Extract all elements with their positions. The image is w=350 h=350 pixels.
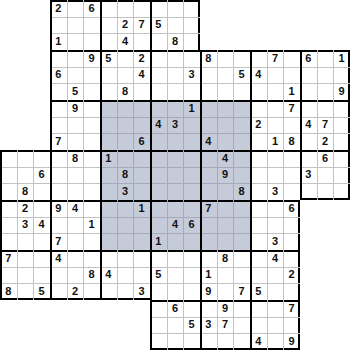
empty-cell-r7-c16[interactable] <box>267 117 284 134</box>
empty-cell-r3-c4[interactable] <box>67 50 84 67</box>
empty-cell-r20-c10[interactable] <box>167 333 184 350</box>
outside-area <box>317 250 334 267</box>
empty-cell-r1-c11[interactable] <box>183 17 200 34</box>
empty-cell-r10-c5[interactable] <box>83 167 100 184</box>
outside-area <box>100 333 117 350</box>
empty-cell-r3-c9[interactable] <box>150 50 167 67</box>
empty-cell-r18-c16[interactable] <box>267 300 284 317</box>
empty-cell-r13-c15[interactable] <box>250 217 267 234</box>
empty-cell-r13-c12[interactable] <box>200 217 217 234</box>
empty-cell-r4-c19[interactable] <box>317 67 334 84</box>
empty-cell-r13-c3[interactable] <box>50 217 67 234</box>
empty-cell-r1-c4[interactable] <box>67 17 84 34</box>
given-digit-cell-r3-c20: 1 <box>333 50 350 67</box>
empty-cell-r17-c9[interactable] <box>150 283 167 300</box>
empty-cell-r6-c10[interactable] <box>167 100 184 117</box>
empty-cell-r12-c6[interactable] <box>100 200 117 217</box>
empty-cell-r1-c3[interactable] <box>50 17 67 34</box>
empty-cell-r14-c2[interactable] <box>33 233 50 250</box>
empty-cell-r12-c2[interactable] <box>33 200 50 217</box>
given-digit-cell-r15-c16: 4 <box>267 250 284 267</box>
empty-cell-r10-c1[interactable] <box>17 167 34 184</box>
empty-cell-r4-c9[interactable] <box>150 67 167 84</box>
empty-cell-r16-c3[interactable] <box>50 267 67 284</box>
empty-cell-r9-c2[interactable] <box>33 150 50 167</box>
empty-cell-r5-c15[interactable] <box>250 83 267 100</box>
empty-cell-r17-c10[interactable] <box>167 283 184 300</box>
given-digit-cell-r13-c10: 4 <box>167 217 184 234</box>
given-digit-cell-r7-c15: 2 <box>250 117 267 134</box>
empty-cell-r16-c2[interactable] <box>33 267 50 284</box>
outside-area <box>333 217 350 234</box>
empty-cell-r7-c17[interactable] <box>283 117 300 134</box>
empty-cell-r7-c4[interactable] <box>67 117 84 134</box>
empty-cell-r15-c2[interactable] <box>33 250 50 267</box>
empty-cell-r7-c11[interactable] <box>183 117 200 134</box>
empty-cell-r3-c17[interactable] <box>283 50 300 67</box>
empty-cell-r15-c7[interactable] <box>117 250 134 267</box>
empty-cell-r8-c5[interactable] <box>83 133 100 150</box>
empty-cell-r15-c1[interactable] <box>17 250 34 267</box>
empty-cell-r0-c10[interactable] <box>167 0 184 17</box>
empty-cell-r16-c0[interactable] <box>0 267 17 284</box>
empty-cell-r10-c15[interactable] <box>250 167 267 184</box>
empty-cell-r0-c11[interactable] <box>183 0 200 17</box>
empty-cell-r5-c3[interactable] <box>50 83 67 100</box>
empty-cell-r20-c12[interactable] <box>200 333 217 350</box>
given-digit-cell-r4-c3: 6 <box>50 67 67 84</box>
empty-cell-r1-c6[interactable] <box>100 17 117 34</box>
empty-cell-r15-c4[interactable] <box>67 250 84 267</box>
empty-cell-r5-c16[interactable] <box>267 83 284 100</box>
empty-cell-r12-c9[interactable] <box>150 200 167 217</box>
empty-cell-r9-c16[interactable] <box>267 150 284 167</box>
empty-cell-r16-c1[interactable] <box>17 267 34 284</box>
empty-cell-r10-c20[interactable] <box>333 167 350 184</box>
empty-cell-r2-c8[interactable] <box>133 33 150 50</box>
outside-area <box>333 333 350 350</box>
empty-cell-r13-c4[interactable] <box>67 217 84 234</box>
outside-area <box>17 117 34 134</box>
empty-cell-r8-c18[interactable] <box>300 133 317 150</box>
outside-area <box>100 317 117 334</box>
outside-area <box>200 17 217 34</box>
given-digit-cell-r18-c17: 7 <box>283 300 300 317</box>
empty-cell-r16-c7[interactable] <box>117 267 134 284</box>
outside-area <box>317 317 334 334</box>
outside-area <box>233 17 250 34</box>
empty-cell-r10-c11[interactable] <box>183 167 200 184</box>
empty-cell-r19-c17[interactable] <box>283 317 300 334</box>
empty-cell-r7-c20[interactable] <box>333 117 350 134</box>
given-digit-cell-r3-c8: 2 <box>133 50 150 67</box>
outside-area <box>317 200 334 217</box>
empty-cell-r11-c9[interactable] <box>150 183 167 200</box>
given-digit-cell-r20-c15: 4 <box>250 333 267 350</box>
empty-cell-r3-c13[interactable] <box>217 50 234 67</box>
empty-cell-r6-c9[interactable] <box>150 100 167 117</box>
empty-cell-r9-c17[interactable] <box>283 150 300 167</box>
empty-cell-r9-c8[interactable] <box>133 150 150 167</box>
given-digit-cell-r12-c3: 9 <box>50 200 67 217</box>
empty-cell-r7-c5[interactable] <box>83 117 100 134</box>
empty-cell-r2-c9[interactable] <box>150 33 167 50</box>
empty-cell-r14-c1[interactable] <box>17 233 34 250</box>
empty-cell-r10-c19[interactable] <box>317 167 334 184</box>
empty-cell-r10-c3[interactable] <box>50 167 67 184</box>
empty-cell-r14-c6[interactable] <box>100 233 117 250</box>
outside-area <box>233 33 250 50</box>
empty-cell-r16-c8[interactable] <box>133 267 150 284</box>
empty-cell-r16-c13[interactable] <box>217 267 234 284</box>
empty-cell-r12-c11[interactable] <box>183 200 200 217</box>
empty-cell-r10-c4[interactable] <box>67 167 84 184</box>
empty-cell-r14-c0[interactable] <box>0 233 17 250</box>
empty-cell-r6-c19[interactable] <box>317 100 334 117</box>
empty-cell-r15-c17[interactable] <box>283 250 300 267</box>
empty-cell-r11-c2[interactable] <box>33 183 50 200</box>
empty-cell-r6-c13[interactable] <box>217 100 234 117</box>
empty-cell-r9-c18[interactable] <box>300 150 317 167</box>
empty-cell-r2-c6[interactable] <box>100 33 117 50</box>
empty-cell-r11-c13[interactable] <box>217 183 234 200</box>
empty-cell-r10-c10[interactable] <box>167 167 184 184</box>
empty-cell-r14-c13[interactable] <box>217 233 234 250</box>
empty-cell-r14-c4[interactable] <box>67 233 84 250</box>
empty-cell-r11-c19[interactable] <box>317 183 334 200</box>
empty-cell-r7-c8[interactable] <box>133 117 150 134</box>
empty-cell-r2-c5[interactable] <box>83 33 100 50</box>
empty-cell-r4-c7[interactable] <box>117 67 134 84</box>
empty-cell-r11-c3[interactable] <box>50 183 67 200</box>
empty-cell-r2-c11[interactable] <box>183 33 200 50</box>
given-digit-cell-r10-c2: 6 <box>33 167 50 184</box>
given-digit-cell-r14-c3: 7 <box>50 233 67 250</box>
given-digit-cell-r12-c1: 2 <box>17 200 34 217</box>
given-digit-cell-r15-c3: 4 <box>50 250 67 267</box>
empty-cell-r0-c9[interactable] <box>150 0 167 17</box>
outside-area <box>0 300 17 317</box>
empty-cell-r6-c7[interactable] <box>117 100 134 117</box>
empty-cell-r16-c16[interactable] <box>267 267 284 284</box>
empty-cell-r8-c13[interactable] <box>217 133 234 150</box>
empty-cell-r16-c14[interactable] <box>233 267 250 284</box>
empty-cell-r5-c10[interactable] <box>167 83 184 100</box>
empty-cell-r5-c9[interactable] <box>150 83 167 100</box>
empty-cell-r15-c6[interactable] <box>100 250 117 267</box>
empty-cell-r16-c11[interactable] <box>183 267 200 284</box>
empty-cell-r20-c11[interactable] <box>183 333 200 350</box>
outside-area <box>267 0 284 17</box>
empty-cell-r6-c16[interactable] <box>267 100 284 117</box>
empty-cell-r20-c13[interactable] <box>217 333 234 350</box>
empty-cell-r11-c8[interactable] <box>133 183 150 200</box>
empty-cell-r8-c10[interactable] <box>167 133 184 150</box>
empty-cell-r11-c17[interactable] <box>283 183 300 200</box>
empty-cell-r13-c16[interactable] <box>267 217 284 234</box>
empty-cell-r8-c9[interactable] <box>150 133 167 150</box>
empty-cell-r6-c20[interactable] <box>333 100 350 117</box>
empty-cell-r9-c3[interactable] <box>50 150 67 167</box>
empty-cell-r3-c19[interactable] <box>317 50 334 67</box>
empty-cell-r19-c10[interactable] <box>167 317 184 334</box>
outside-area <box>300 33 317 50</box>
empty-cell-r14-c14[interactable] <box>233 233 250 250</box>
empty-cell-r20-c9[interactable] <box>150 333 167 350</box>
empty-cell-r8-c20[interactable] <box>333 133 350 150</box>
empty-cell-r9-c14[interactable] <box>233 150 250 167</box>
empty-cell-r9-c15[interactable] <box>250 150 267 167</box>
empty-cell-r4-c20[interactable] <box>333 67 350 84</box>
outside-area <box>317 0 334 17</box>
empty-cell-r10-c17[interactable] <box>283 167 300 184</box>
empty-cell-r18-c14[interactable] <box>233 300 250 317</box>
empty-cell-r11-c4[interactable] <box>67 183 84 200</box>
empty-cell-r12-c15[interactable] <box>250 200 267 217</box>
empty-cell-r17-c5[interactable] <box>83 283 100 300</box>
outside-area <box>33 33 50 50</box>
empty-cell-r12-c5[interactable] <box>83 200 100 217</box>
empty-cell-r14-c15[interactable] <box>250 233 267 250</box>
outside-area <box>33 117 50 134</box>
outside-area <box>33 333 50 350</box>
empty-cell-r18-c11[interactable] <box>183 300 200 317</box>
given-digit-cell-r4-c15: 4 <box>250 67 267 84</box>
empty-cell-r17-c11[interactable] <box>183 283 200 300</box>
empty-cell-r11-c5[interactable] <box>83 183 100 200</box>
empty-cell-r11-c20[interactable] <box>333 183 350 200</box>
empty-cell-r13-c0[interactable] <box>0 217 17 234</box>
empty-cell-r16-c10[interactable] <box>167 267 184 284</box>
empty-cell-r18-c9[interactable] <box>150 300 167 317</box>
given-digit-cell-r13-c11: 6 <box>183 217 200 234</box>
empty-cell-r14-c17[interactable] <box>283 233 300 250</box>
empty-cell-r13-c6[interactable] <box>100 217 117 234</box>
empty-cell-r11-c15[interactable] <box>250 183 267 200</box>
empty-cell-r4-c13[interactable] <box>217 67 234 84</box>
empty-cell-r1-c10[interactable] <box>167 17 184 34</box>
empty-cell-r9-c7[interactable] <box>117 150 134 167</box>
empty-cell-r9-c5[interactable] <box>83 150 100 167</box>
empty-cell-r7-c3[interactable] <box>50 117 67 134</box>
empty-cell-r17-c13[interactable] <box>217 283 234 300</box>
empty-cell-r10-c16[interactable] <box>267 167 284 184</box>
empty-cell-r10-c9[interactable] <box>150 167 167 184</box>
empty-cell-r13-c8[interactable] <box>133 217 150 234</box>
empty-cell-r10-c12[interactable] <box>200 167 217 184</box>
empty-cell-r9-c0[interactable] <box>0 150 17 167</box>
empty-cell-r19-c15[interactable] <box>250 317 267 334</box>
outside-area <box>250 17 267 34</box>
empty-cell-r20-c14[interactable] <box>233 333 250 350</box>
empty-cell-r6-c14[interactable] <box>233 100 250 117</box>
given-digit-cell-r17-c2: 5 <box>33 283 50 300</box>
empty-cell-r17-c1[interactable] <box>17 283 34 300</box>
empty-cell-r6-c5[interactable] <box>83 100 100 117</box>
empty-cell-r5-c11[interactable] <box>183 83 200 100</box>
empty-cell-r10-c6[interactable] <box>100 167 117 184</box>
empty-cell-r12-c10[interactable] <box>167 200 184 217</box>
empty-cell-r11-c11[interactable] <box>183 183 200 200</box>
empty-cell-r3-c7[interactable] <box>117 50 134 67</box>
empty-cell-r13-c17[interactable] <box>283 217 300 234</box>
empty-cell-r13-c7[interactable] <box>117 217 134 234</box>
empty-cell-r9-c9[interactable] <box>150 150 167 167</box>
empty-cell-r12-c7[interactable] <box>117 200 134 217</box>
outside-area <box>33 300 50 317</box>
empty-cell-r5-c14[interactable] <box>233 83 250 100</box>
empty-cell-r15-c9[interactable] <box>150 250 167 267</box>
empty-cell-r11-c18[interactable] <box>300 183 317 200</box>
empty-cell-r12-c14[interactable] <box>233 200 250 217</box>
empty-cell-r17-c16[interactable] <box>267 283 284 300</box>
empty-cell-r12-c0[interactable] <box>0 200 17 217</box>
empty-cell-r8-c11[interactable] <box>183 133 200 150</box>
empty-cell-r9-c1[interactable] <box>17 150 34 167</box>
empty-cell-r13-c9[interactable] <box>150 217 167 234</box>
empty-cell-r10-c14[interactable] <box>233 167 250 184</box>
empty-cell-r17-c6[interactable] <box>100 283 117 300</box>
empty-cell-r3-c14[interactable] <box>233 50 250 67</box>
given-digit-cell-r8-c8: 6 <box>133 133 150 150</box>
empty-cell-r6-c8[interactable] <box>133 100 150 117</box>
empty-cell-r4-c12[interactable] <box>200 67 217 84</box>
empty-cell-r4-c4[interactable] <box>67 67 84 84</box>
empty-cell-r5-c8[interactable] <box>133 83 150 100</box>
empty-cell-r1-c5[interactable] <box>83 17 100 34</box>
given-digit-cell-r16-c17: 2 <box>283 267 300 284</box>
empty-cell-r8-c7[interactable] <box>117 133 134 150</box>
empty-cell-r8-c15[interactable] <box>250 133 267 150</box>
empty-cell-r0-c7[interactable] <box>117 0 134 17</box>
empty-cell-r9-c11[interactable] <box>183 150 200 167</box>
empty-cell-r4-c10[interactable] <box>167 67 184 84</box>
empty-cell-r8-c6[interactable] <box>100 133 117 150</box>
empty-cell-r14-c12[interactable] <box>200 233 217 250</box>
empty-cell-r12-c16[interactable] <box>267 200 284 217</box>
given-digit-cell-r5-c17: 1 <box>283 83 300 100</box>
empty-cell-r10-c0[interactable] <box>0 167 17 184</box>
empty-cell-r5-c13[interactable] <box>217 83 234 100</box>
outside-area <box>333 233 350 250</box>
empty-cell-r5-c19[interactable] <box>317 83 334 100</box>
outside-area <box>267 33 284 50</box>
empty-cell-r15-c12[interactable] <box>200 250 217 267</box>
empty-cell-r4-c6[interactable] <box>100 67 117 84</box>
outside-area <box>17 133 34 150</box>
empty-cell-r6-c12[interactable] <box>200 100 217 117</box>
empty-cell-r15-c10[interactable] <box>167 250 184 267</box>
empty-cell-r9-c20[interactable] <box>333 150 350 167</box>
empty-cell-r5-c12[interactable] <box>200 83 217 100</box>
empty-cell-r0-c4[interactable] <box>67 0 84 17</box>
empty-cell-r7-c7[interactable] <box>117 117 134 134</box>
outside-area <box>33 17 50 34</box>
empty-cell-r11-c6[interactable] <box>100 183 117 200</box>
empty-cell-r13-c14[interactable] <box>233 217 250 234</box>
outside-area <box>0 83 17 100</box>
empty-cell-r15-c8[interactable] <box>133 250 150 267</box>
outside-area <box>117 300 134 317</box>
empty-cell-r18-c15[interactable] <box>250 300 267 317</box>
empty-cell-r8-c14[interactable] <box>233 133 250 150</box>
empty-cell-r8-c4[interactable] <box>67 133 84 150</box>
empty-cell-r0-c8[interactable] <box>133 0 150 17</box>
empty-cell-r19-c16[interactable] <box>267 317 284 334</box>
empty-cell-r5-c18[interactable] <box>300 83 317 100</box>
empty-cell-r13-c13[interactable] <box>217 217 234 234</box>
outside-area <box>233 0 250 17</box>
given-digit-cell-r13-c1: 3 <box>17 217 34 234</box>
empty-cell-r11-c12[interactable] <box>200 183 217 200</box>
empty-cell-r4-c5[interactable] <box>83 67 100 84</box>
empty-cell-r4-c18[interactable] <box>300 67 317 84</box>
empty-cell-r17-c7[interactable] <box>117 283 134 300</box>
empty-cell-r14-c10[interactable] <box>167 233 184 250</box>
empty-cell-r11-c0[interactable] <box>0 183 17 200</box>
empty-cell-r7-c6[interactable] <box>100 117 117 134</box>
given-digit-cell-r17-c4: 2 <box>67 283 84 300</box>
empty-cell-r16-c15[interactable] <box>250 267 267 284</box>
given-digit-cell-r20-c17: 9 <box>283 333 300 350</box>
empty-cell-r3-c3[interactable] <box>50 50 67 67</box>
given-digit-cell-r10-c18: 3 <box>300 167 317 184</box>
given-digit-cell-r2-c7: 4 <box>117 33 134 50</box>
empty-cell-r4-c17[interactable] <box>283 67 300 84</box>
empty-cell-r14-c5[interactable] <box>83 233 100 250</box>
empty-cell-r10-c8[interactable] <box>133 167 150 184</box>
empty-cell-r4-c16[interactable] <box>267 67 284 84</box>
outside-area <box>0 133 17 150</box>
outside-area <box>200 0 217 17</box>
empty-cell-r3-c10[interactable] <box>167 50 184 67</box>
empty-cell-r7-c14[interactable] <box>233 117 250 134</box>
empty-cell-r20-c16[interactable] <box>267 333 284 350</box>
empty-cell-r15-c5[interactable] <box>83 250 100 267</box>
empty-cell-r15-c15[interactable] <box>250 250 267 267</box>
empty-cell-r19-c14[interactable] <box>233 317 250 334</box>
outside-area <box>283 33 300 50</box>
empty-cell-r0-c6[interactable] <box>100 0 117 17</box>
empty-cell-r3-c11[interactable] <box>183 50 200 67</box>
empty-cell-r19-c9[interactable] <box>150 317 167 334</box>
empty-cell-r3-c15[interactable] <box>250 50 267 67</box>
empty-cell-r6-c15[interactable] <box>250 100 267 117</box>
empty-cell-r6-c6[interactable] <box>100 100 117 117</box>
empty-cell-r17-c3[interactable] <box>50 283 67 300</box>
empty-cell-r7-c13[interactable] <box>217 117 234 134</box>
empty-cell-r18-c12[interactable] <box>200 300 217 317</box>
empty-cell-r6-c18[interactable] <box>300 100 317 117</box>
empty-cell-r5-c5[interactable] <box>83 83 100 100</box>
empty-cell-r15-c11[interactable] <box>183 250 200 267</box>
empty-cell-r15-c14[interactable] <box>233 250 250 267</box>
empty-cell-r9-c12[interactable] <box>200 150 217 167</box>
outside-area <box>217 17 234 34</box>
empty-cell-r5-c6[interactable] <box>100 83 117 100</box>
empty-cell-r9-c10[interactable] <box>167 150 184 167</box>
empty-cell-r14-c8[interactable] <box>133 233 150 250</box>
empty-cell-r7-c12[interactable] <box>200 117 217 134</box>
empty-cell-r11-c10[interactable] <box>167 183 184 200</box>
empty-cell-r14-c11[interactable] <box>183 233 200 250</box>
empty-cell-r2-c4[interactable] <box>67 33 84 50</box>
empty-cell-r12-c13[interactable] <box>217 200 234 217</box>
empty-cell-r16-c4[interactable] <box>67 267 84 284</box>
empty-cell-r14-c7[interactable] <box>117 233 134 250</box>
empty-cell-r6-c3[interactable] <box>50 100 67 117</box>
empty-cell-r17-c17[interactable] <box>283 283 300 300</box>
